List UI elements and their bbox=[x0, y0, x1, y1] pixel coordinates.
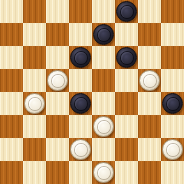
square-r1c0[interactable] bbox=[0, 23, 23, 46]
square-r0c5[interactable] bbox=[115, 0, 138, 23]
white-checker[interactable] bbox=[47, 70, 68, 91]
checker-inner-ring bbox=[98, 167, 110, 179]
black-checker[interactable] bbox=[70, 47, 91, 68]
square-r4c2 bbox=[46, 92, 69, 115]
square-r7c3 bbox=[69, 161, 92, 184]
checker-inner-ring bbox=[98, 29, 110, 41]
square-r3c7 bbox=[161, 69, 184, 92]
square-r2c4 bbox=[92, 46, 115, 69]
square-r6c2 bbox=[46, 138, 69, 161]
white-checker[interactable] bbox=[139, 70, 160, 91]
square-r5c1 bbox=[23, 115, 46, 138]
square-r7c5 bbox=[115, 161, 138, 184]
checker-inner-ring bbox=[75, 98, 87, 110]
square-r4c3[interactable] bbox=[69, 92, 92, 115]
black-checker[interactable] bbox=[116, 1, 137, 22]
square-r5c6[interactable] bbox=[138, 115, 161, 138]
square-r3c4[interactable] bbox=[92, 69, 115, 92]
square-r2c5[interactable] bbox=[115, 46, 138, 69]
square-r3c3 bbox=[69, 69, 92, 92]
square-r2c3[interactable] bbox=[69, 46, 92, 69]
black-checker[interactable] bbox=[162, 93, 183, 114]
checker-inner-ring bbox=[52, 75, 64, 87]
square-r6c6 bbox=[138, 138, 161, 161]
square-r5c2[interactable] bbox=[46, 115, 69, 138]
square-r5c0[interactable] bbox=[0, 115, 23, 138]
square-r5c5 bbox=[115, 115, 138, 138]
white-checker[interactable] bbox=[24, 93, 45, 114]
square-r2c1[interactable] bbox=[23, 46, 46, 69]
square-r1c3 bbox=[69, 23, 92, 46]
checker-inner-ring bbox=[29, 98, 41, 110]
square-r7c6[interactable] bbox=[138, 161, 161, 184]
checker-inner-ring bbox=[167, 144, 179, 156]
square-r0c7[interactable] bbox=[161, 0, 184, 23]
white-checker[interactable] bbox=[162, 139, 183, 160]
square-r7c2[interactable] bbox=[46, 161, 69, 184]
square-r2c0 bbox=[0, 46, 23, 69]
square-r3c6[interactable] bbox=[138, 69, 161, 92]
square-r6c0 bbox=[0, 138, 23, 161]
square-r0c2 bbox=[46, 0, 69, 23]
square-r6c5[interactable] bbox=[115, 138, 138, 161]
square-r1c1 bbox=[23, 23, 46, 46]
square-r2c7[interactable] bbox=[161, 46, 184, 69]
white-checker[interactable] bbox=[70, 139, 91, 160]
square-r6c3[interactable] bbox=[69, 138, 92, 161]
square-r5c3 bbox=[69, 115, 92, 138]
square-r4c4 bbox=[92, 92, 115, 115]
square-r3c0[interactable] bbox=[0, 69, 23, 92]
black-checker[interactable] bbox=[116, 47, 137, 68]
white-checker[interactable] bbox=[93, 116, 114, 137]
square-r1c5 bbox=[115, 23, 138, 46]
square-r6c1[interactable] bbox=[23, 138, 46, 161]
square-r6c4 bbox=[92, 138, 115, 161]
checker-inner-ring bbox=[144, 75, 156, 87]
square-r1c4[interactable] bbox=[92, 23, 115, 46]
square-r4c6 bbox=[138, 92, 161, 115]
black-checker[interactable] bbox=[93, 24, 114, 45]
checker-inner-ring bbox=[75, 144, 87, 156]
square-r1c6[interactable] bbox=[138, 23, 161, 46]
square-r5c4[interactable] bbox=[92, 115, 115, 138]
square-r3c1 bbox=[23, 69, 46, 92]
square-r0c3[interactable] bbox=[69, 0, 92, 23]
square-r3c5 bbox=[115, 69, 138, 92]
checkers-board bbox=[0, 0, 184, 184]
square-r4c1[interactable] bbox=[23, 92, 46, 115]
square-r0c4 bbox=[92, 0, 115, 23]
square-r7c1 bbox=[23, 161, 46, 184]
checker-inner-ring bbox=[75, 52, 87, 64]
white-checker[interactable] bbox=[93, 162, 114, 183]
square-r2c6 bbox=[138, 46, 161, 69]
square-r2c2 bbox=[46, 46, 69, 69]
square-r4c0 bbox=[0, 92, 23, 115]
checker-inner-ring bbox=[167, 98, 179, 110]
checker-inner-ring bbox=[121, 6, 133, 18]
square-r7c7 bbox=[161, 161, 184, 184]
square-r3c2[interactable] bbox=[46, 69, 69, 92]
square-r0c1[interactable] bbox=[23, 0, 46, 23]
square-r1c2[interactable] bbox=[46, 23, 69, 46]
square-r4c7[interactable] bbox=[161, 92, 184, 115]
square-r7c0[interactable] bbox=[0, 161, 23, 184]
square-r0c6 bbox=[138, 0, 161, 23]
checker-inner-ring bbox=[98, 121, 110, 133]
checker-inner-ring bbox=[121, 52, 133, 64]
square-r5c7 bbox=[161, 115, 184, 138]
square-r7c4[interactable] bbox=[92, 161, 115, 184]
square-r6c7[interactable] bbox=[161, 138, 184, 161]
square-r4c5[interactable] bbox=[115, 92, 138, 115]
square-r1c7 bbox=[161, 23, 184, 46]
black-checker[interactable] bbox=[70, 93, 91, 114]
square-r0c0 bbox=[0, 0, 23, 23]
